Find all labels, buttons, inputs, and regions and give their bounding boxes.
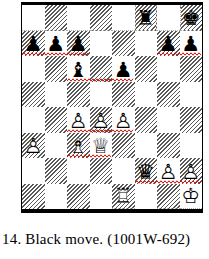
- white-pawn-piece: ♟♙: [181, 161, 200, 184]
- square-c4[interactable]: ♟♙: [67, 107, 90, 133]
- square-f3[interactable]: [135, 133, 158, 159]
- diagram-page: ♜♚♟♟♟♟♟♝♟♟♙♟♙♟♙♟♙♝♗♛♕♛♟♙♟♙♜♖♚♔ 14. Black…: [0, 0, 209, 259]
- square-h4[interactable]: [180, 107, 203, 133]
- square-b2[interactable]: [45, 158, 68, 184]
- square-f1[interactable]: [135, 184, 158, 210]
- square-e4[interactable]: ♟♙: [112, 107, 135, 133]
- square-e8[interactable]: [112, 5, 135, 31]
- square-h8[interactable]: ♚: [180, 5, 203, 31]
- white-queen-piece: ♛♕: [91, 135, 110, 158]
- white-bishop-piece: ♝♗: [69, 135, 88, 158]
- square-d5[interactable]: [90, 82, 113, 108]
- square-b6[interactable]: [45, 56, 68, 82]
- white-pawn-piece: ♟♙: [114, 110, 133, 133]
- square-c3[interactable]: ♝♗: [67, 133, 90, 159]
- square-h5[interactable]: [180, 82, 203, 108]
- square-b4[interactable]: [45, 107, 68, 133]
- white-king-piece: ♚♔: [181, 185, 200, 208]
- black-queen-piece: ♛: [136, 161, 155, 184]
- square-g6[interactable]: [157, 56, 180, 82]
- square-f6[interactable]: [135, 56, 158, 82]
- black-king-piece: ♚: [182, 7, 201, 30]
- square-e7[interactable]: [112, 31, 135, 57]
- square-f7[interactable]: [135, 31, 158, 57]
- square-c8[interactable]: [67, 5, 90, 31]
- square-f4[interactable]: [135, 107, 158, 133]
- square-e3[interactable]: [112, 133, 135, 159]
- square-f5[interactable]: [135, 82, 158, 108]
- chess-board: ♜♚♟♟♟♟♟♝♟♟♙♟♙♟♙♟♙♝♗♛♕♛♟♙♟♙♜♖♚♔: [21, 2, 203, 213]
- square-d4[interactable]: ♟♙: [90, 107, 113, 133]
- square-a5[interactable]: [22, 82, 45, 108]
- square-d1[interactable]: [90, 184, 113, 210]
- square-h6[interactable]: [180, 56, 203, 82]
- black-pawn-piece: ♟: [24, 33, 43, 56]
- square-d3[interactable]: ♛♕: [90, 133, 113, 159]
- square-d8[interactable]: [90, 5, 113, 31]
- square-h7[interactable]: ♟: [180, 31, 203, 57]
- square-a7[interactable]: ♟: [22, 31, 45, 57]
- square-h1[interactable]: ♚♔: [180, 184, 203, 210]
- square-a8[interactable]: [22, 5, 45, 31]
- diagram-caption: 14. Black move. (1001W-692): [2, 231, 190, 248]
- square-g1[interactable]: [157, 184, 180, 210]
- square-h3[interactable]: [180, 133, 203, 159]
- white-rook-piece: ♜♖: [114, 185, 133, 208]
- square-c2[interactable]: [67, 158, 90, 184]
- square-c5[interactable]: [67, 82, 90, 108]
- square-b7[interactable]: ♟: [45, 31, 68, 57]
- square-e2[interactable]: [112, 158, 135, 184]
- square-c1[interactable]: [67, 184, 90, 210]
- square-e6[interactable]: ♟: [112, 56, 135, 82]
- white-pawn-piece: ♟♙: [69, 110, 88, 133]
- square-d2[interactable]: [90, 158, 113, 184]
- square-b1[interactable]: [45, 184, 68, 210]
- square-g5[interactable]: [157, 82, 180, 108]
- square-g2[interactable]: ♟♙: [157, 158, 180, 184]
- black-pawn-piece: ♟: [159, 33, 178, 56]
- black-pawn-piece: ♟: [46, 33, 65, 56]
- square-d6[interactable]: [90, 56, 113, 82]
- white-pawn-piece: ♟♙: [91, 110, 110, 133]
- square-f2[interactable]: ♛: [135, 158, 158, 184]
- square-a3[interactable]: ♟♙: [22, 133, 45, 159]
- square-h2[interactable]: ♟♙: [180, 158, 203, 184]
- white-pawn-piece: ♟♙: [159, 161, 178, 184]
- black-rook-piece: ♜: [136, 7, 155, 30]
- square-g8[interactable]: [157, 5, 180, 31]
- black-pawn-piece: ♟: [114, 59, 133, 82]
- square-b3[interactable]: [45, 133, 68, 159]
- square-d7[interactable]: [90, 31, 113, 57]
- black-pawn-piece: ♟: [181, 33, 200, 56]
- square-a6[interactable]: [22, 56, 45, 82]
- square-g3[interactable]: [157, 133, 180, 159]
- square-a2[interactable]: [22, 158, 45, 184]
- square-a4[interactable]: [22, 107, 45, 133]
- square-a1[interactable]: [22, 184, 45, 210]
- square-g7[interactable]: ♟: [157, 31, 180, 57]
- square-c7[interactable]: ♟: [67, 31, 90, 57]
- square-f8[interactable]: ♜: [135, 5, 158, 31]
- square-e1[interactable]: ♜♖: [112, 184, 135, 210]
- square-c6[interactable]: ♝: [67, 56, 90, 82]
- square-e5[interactable]: [112, 82, 135, 108]
- square-g4[interactable]: [157, 107, 180, 133]
- black-bishop-piece: ♝: [69, 59, 88, 82]
- black-pawn-piece: ♟: [69, 33, 88, 56]
- white-pawn-piece: ♟♙: [24, 135, 43, 158]
- square-b8[interactable]: [45, 5, 68, 31]
- square-b5[interactable]: [45, 82, 68, 108]
